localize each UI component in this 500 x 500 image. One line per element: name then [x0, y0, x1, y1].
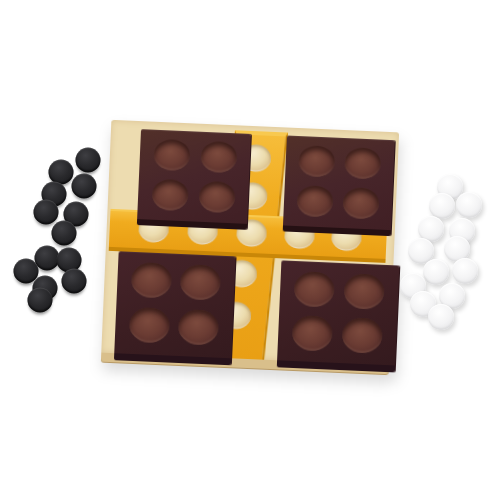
black-piece[interactable]: [76, 148, 101, 173]
white-piece[interactable]: [429, 193, 455, 219]
white-piece[interactable]: [428, 304, 454, 330]
peg-hole[interactable]: [342, 317, 383, 354]
quadrant-tile-top-left: [137, 129, 251, 230]
white-piece[interactable]: [423, 259, 449, 285]
peg-hole[interactable]: [130, 262, 171, 299]
white-piece[interactable]: [452, 258, 478, 284]
black-piece[interactable]: [62, 269, 87, 294]
peg-hole[interactable]: [342, 187, 379, 220]
quadrant-tile-bottom-right: [277, 260, 400, 372]
quadrant-tile-bottom-left: [114, 251, 236, 365]
black-piece[interactable]: [52, 221, 77, 246]
white-piece[interactable]: [456, 192, 482, 218]
peg-hole[interactable]: [151, 178, 188, 211]
peg-hole[interactable]: [344, 147, 381, 180]
black-piece[interactable]: [34, 200, 59, 225]
peg-hole[interactable]: [343, 273, 384, 310]
peg-hole[interactable]: [298, 145, 335, 178]
peg-hole[interactable]: [292, 314, 333, 351]
peg-hole[interactable]: [153, 138, 190, 171]
peg-hole[interactable]: [198, 180, 235, 213]
peg-hole[interactable]: [178, 309, 219, 346]
product-photo: [0, 0, 500, 500]
black-piece[interactable]: [72, 174, 97, 199]
peg-hole[interactable]: [200, 140, 237, 173]
game-board: [101, 120, 399, 374]
peg-hole[interactable]: [128, 307, 169, 344]
black-piece[interactable]: [28, 288, 53, 313]
peg-hole[interactable]: [180, 264, 221, 301]
quadrant-tile-top-right: [283, 136, 395, 237]
peg-hole[interactable]: [293, 270, 334, 307]
peg-hole[interactable]: [296, 185, 333, 218]
